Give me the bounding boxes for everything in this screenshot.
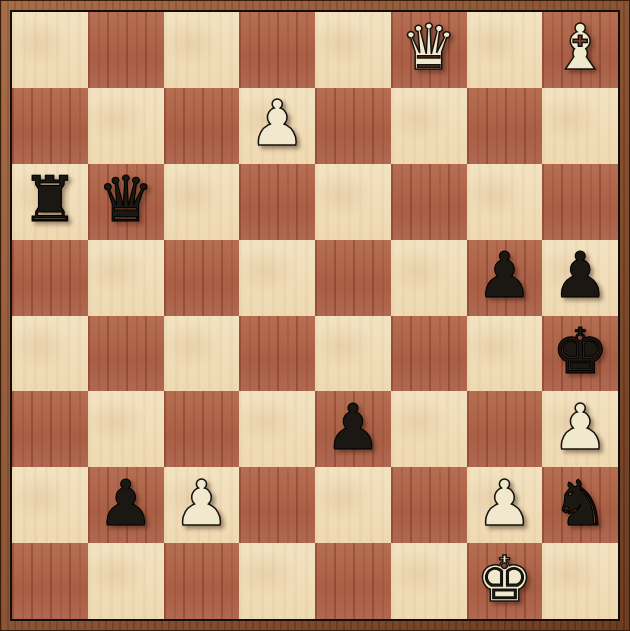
square-f7[interactable] [391,88,467,164]
square-f2[interactable] [391,467,467,543]
square-b6[interactable]: ♛ [88,164,164,240]
square-c3[interactable] [164,391,240,467]
square-b7[interactable] [88,88,164,164]
square-f5[interactable] [391,240,467,316]
piece-white-king-g1[interactable]: ♚ [476,548,532,611]
square-a1[interactable] [12,543,88,619]
piece-black-queen-b6[interactable]: ♛ [97,168,153,231]
square-f8[interactable]: ♛ [391,12,467,88]
square-b3[interactable] [88,391,164,467]
square-a5[interactable] [12,240,88,316]
square-f1[interactable] [391,543,467,619]
square-h4[interactable]: ♚ [542,316,618,392]
piece-black-rook-a6[interactable]: ♜ [22,168,78,231]
square-b4[interactable] [88,316,164,392]
square-f6[interactable] [391,164,467,240]
square-e4[interactable] [315,316,391,392]
piece-white-pawn-c2[interactable]: ♟ [173,472,229,535]
piece-white-pawn-d7[interactable]: ♟ [249,92,305,155]
piece-white-bishop-h8[interactable]: ♝ [552,16,608,79]
piece-black-pawn-g5[interactable]: ♟ [476,244,532,307]
square-d8[interactable] [239,12,315,88]
piece-black-king-h4[interactable]: ♚ [552,320,608,383]
square-c2[interactable]: ♟ [164,467,240,543]
board-frame: ♛♝♟♜♛♟♟♚♟♟♟♟♟♞♚ [0,0,630,631]
square-b1[interactable] [88,543,164,619]
square-c7[interactable] [164,88,240,164]
square-f3[interactable] [391,391,467,467]
square-c6[interactable] [164,164,240,240]
square-h2[interactable]: ♞ [542,467,618,543]
square-g5[interactable]: ♟ [467,240,543,316]
square-g7[interactable] [467,88,543,164]
square-c5[interactable] [164,240,240,316]
square-a6[interactable]: ♜ [12,164,88,240]
square-a7[interactable] [12,88,88,164]
square-b2[interactable]: ♟ [88,467,164,543]
piece-black-knight-h2[interactable]: ♞ [552,472,608,535]
square-d2[interactable] [239,467,315,543]
square-g2[interactable]: ♟ [467,467,543,543]
square-e1[interactable] [315,543,391,619]
square-e5[interactable] [315,240,391,316]
square-e2[interactable] [315,467,391,543]
square-e8[interactable] [315,12,391,88]
piece-white-pawn-g2[interactable]: ♟ [476,472,532,535]
square-h3[interactable]: ♟ [542,391,618,467]
square-h7[interactable] [542,88,618,164]
square-c8[interactable] [164,12,240,88]
square-g1[interactable]: ♚ [467,543,543,619]
square-h6[interactable] [542,164,618,240]
piece-black-pawn-b2[interactable]: ♟ [97,472,153,535]
piece-black-pawn-h5[interactable]: ♟ [552,244,608,307]
square-d1[interactable] [239,543,315,619]
square-h8[interactable]: ♝ [542,12,618,88]
square-a2[interactable] [12,467,88,543]
square-e6[interactable] [315,164,391,240]
square-f4[interactable] [391,316,467,392]
square-c1[interactable] [164,543,240,619]
square-b5[interactable] [88,240,164,316]
piece-white-queen-f8[interactable]: ♛ [400,16,456,79]
square-b8[interactable] [88,12,164,88]
square-d3[interactable] [239,391,315,467]
square-h1[interactable] [542,543,618,619]
piece-black-pawn-e3[interactable]: ♟ [325,396,381,459]
square-e3[interactable]: ♟ [315,391,391,467]
square-g6[interactable] [467,164,543,240]
square-g4[interactable] [467,316,543,392]
square-d7[interactable]: ♟ [239,88,315,164]
chess-board: ♛♝♟♜♛♟♟♚♟♟♟♟♟♞♚ [10,10,620,621]
square-a3[interactable] [12,391,88,467]
square-g8[interactable] [467,12,543,88]
square-e7[interactable] [315,88,391,164]
square-d4[interactable] [239,316,315,392]
square-c4[interactable] [164,316,240,392]
square-h5[interactable]: ♟ [542,240,618,316]
square-a8[interactable] [12,12,88,88]
square-g3[interactable] [467,391,543,467]
square-d5[interactable] [239,240,315,316]
square-a4[interactable] [12,316,88,392]
piece-white-pawn-h3[interactable]: ♟ [552,396,608,459]
square-d6[interactable] [239,164,315,240]
chess-app: ♛♝♟♜♛♟♟♚♟♟♟♟♟♞♚ [0,0,630,631]
